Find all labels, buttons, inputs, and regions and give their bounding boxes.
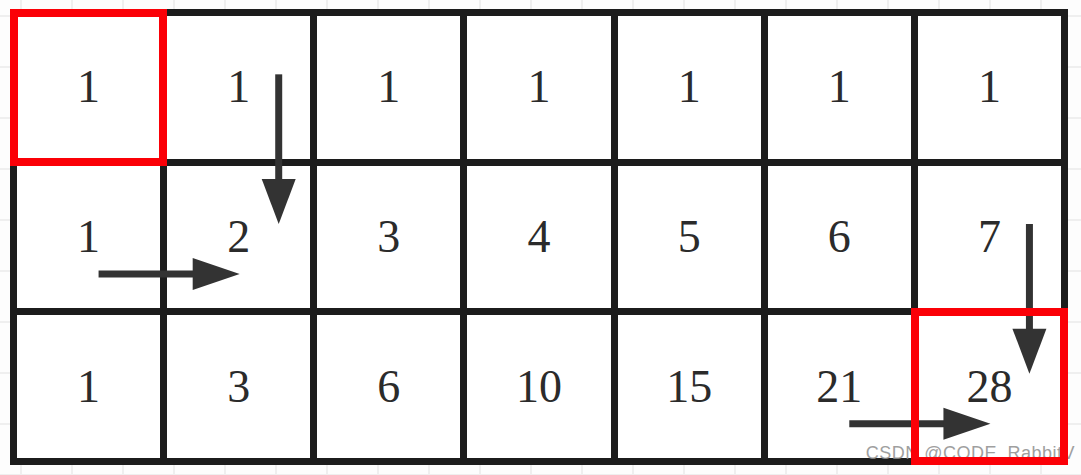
watermark: CSDN @CODE_RabbitV xyxy=(866,443,1075,464)
cell-r0c2: 1 xyxy=(317,16,460,159)
cell-r0c6: 1 xyxy=(918,16,1061,159)
cell-r2c4: 15 xyxy=(618,315,761,458)
cell-r2c1: 3 xyxy=(167,315,310,458)
dp-grid: 1111111123456713610152128 xyxy=(10,9,1068,465)
cell-r1c4: 5 xyxy=(618,166,761,309)
cell-r0c4: 1 xyxy=(618,16,761,159)
cell-r2c2: 6 xyxy=(317,315,460,458)
cell-r1c2: 3 xyxy=(317,166,460,309)
cell-r1c0: 1 xyxy=(17,166,160,309)
cell-r0c1: 1 xyxy=(167,16,310,159)
cell-r0c3: 1 xyxy=(467,16,610,159)
cell-r2c6: 28 xyxy=(918,315,1061,458)
cell-r2c0: 1 xyxy=(17,315,160,458)
dp-diagram-canvas: 1111111123456713610152128 CSDN @CODE_Rab… xyxy=(0,0,1081,475)
cell-r2c3: 10 xyxy=(467,315,610,458)
cell-r1c1: 2 xyxy=(167,166,310,309)
cell-r1c6: 7 xyxy=(918,166,1061,309)
cell-r0c0: 1 xyxy=(17,16,160,159)
cell-r1c5: 6 xyxy=(768,166,911,309)
cell-r2c5: 21 xyxy=(768,315,911,458)
cell-r1c3: 4 xyxy=(467,166,610,309)
cell-r0c5: 1 xyxy=(768,16,911,159)
